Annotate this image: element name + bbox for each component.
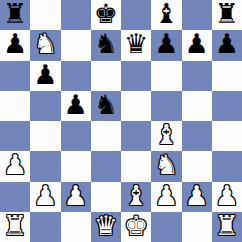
white-pawn[interactable]: ♟ (64, 182, 88, 211)
square-e8[interactable] (121, 0, 151, 30)
square-a2[interactable] (0, 182, 30, 212)
square-g3[interactable] (182, 151, 212, 181)
square-g5[interactable] (182, 91, 212, 121)
square-a1[interactable]: ♜ (0, 212, 30, 242)
white-pawn[interactable]: ♟ (185, 182, 209, 211)
white-knight[interactable]: ♞ (33, 30, 57, 59)
white-pawn[interactable]: ♟ (154, 182, 178, 211)
black-knight[interactable]: ♞ (94, 30, 118, 59)
white-rook[interactable]: ♜ (3, 212, 27, 241)
black-rook[interactable]: ♜ (215, 0, 239, 29)
square-c2[interactable]: ♟ (61, 182, 91, 212)
square-h3[interactable] (212, 151, 242, 181)
white-knight[interactable]: ♞ (154, 151, 178, 180)
square-d1[interactable]: ♛ (91, 212, 121, 242)
square-f7[interactable]: ♟ (151, 30, 181, 60)
square-f4[interactable]: ♝ (151, 121, 181, 151)
white-pawn[interactable]: ♟ (3, 151, 27, 180)
white-bishop[interactable]: ♝ (154, 121, 178, 150)
square-e4[interactable] (121, 121, 151, 151)
black-pawn[interactable]: ♟ (154, 30, 178, 59)
square-e6[interactable] (121, 61, 151, 91)
square-h1[interactable]: ♜ (212, 212, 242, 242)
black-pawn[interactable]: ♟ (33, 61, 57, 90)
square-c4[interactable] (61, 121, 91, 151)
square-d8[interactable]: ♚ (91, 0, 121, 30)
square-e1[interactable]: ♚ (121, 212, 151, 242)
square-g2[interactable]: ♟ (182, 182, 212, 212)
square-d7[interactable]: ♞ (91, 30, 121, 60)
black-pawn[interactable]: ♟ (64, 91, 88, 120)
square-a4[interactable] (0, 121, 30, 151)
square-b2[interactable]: ♟ (30, 182, 60, 212)
chess-board: ♜♚♝♜♟♞♞♛♟♟♟♟♟♞♝♟♞♟♟♝♟♟♟♜♛♚♜ (0, 0, 242, 242)
square-e2[interactable]: ♝ (121, 182, 151, 212)
square-e3[interactable] (121, 151, 151, 181)
square-c3[interactable] (61, 151, 91, 181)
square-d6[interactable] (91, 61, 121, 91)
square-b7[interactable]: ♞ (30, 30, 60, 60)
square-h8[interactable]: ♜ (212, 0, 242, 30)
white-queen[interactable]: ♛ (94, 212, 118, 241)
square-h4[interactable] (212, 121, 242, 151)
square-b3[interactable] (30, 151, 60, 181)
square-c6[interactable] (61, 61, 91, 91)
black-king[interactable]: ♚ (94, 0, 118, 29)
square-g6[interactable] (182, 61, 212, 91)
black-knight[interactable]: ♞ (94, 91, 118, 120)
square-h5[interactable] (212, 91, 242, 121)
square-e5[interactable] (121, 91, 151, 121)
square-b6[interactable]: ♟ (30, 61, 60, 91)
square-a6[interactable] (0, 61, 30, 91)
square-f2[interactable]: ♟ (151, 182, 181, 212)
square-g7[interactable]: ♟ (182, 30, 212, 60)
square-f1[interactable] (151, 212, 181, 242)
white-king[interactable]: ♚ (124, 212, 148, 241)
square-c7[interactable] (61, 30, 91, 60)
square-d5[interactable]: ♞ (91, 91, 121, 121)
square-a5[interactable] (0, 91, 30, 121)
black-pawn[interactable]: ♟ (215, 30, 239, 59)
white-pawn[interactable]: ♟ (215, 182, 239, 211)
black-queen[interactable]: ♛ (124, 30, 148, 59)
square-b8[interactable] (30, 0, 60, 30)
black-pawn[interactable]: ♟ (185, 30, 209, 59)
white-pawn[interactable]: ♟ (33, 182, 57, 211)
square-f5[interactable] (151, 91, 181, 121)
square-d2[interactable] (91, 182, 121, 212)
square-g8[interactable] (182, 0, 212, 30)
square-f8[interactable]: ♝ (151, 0, 181, 30)
square-c8[interactable] (61, 0, 91, 30)
square-c5[interactable]: ♟ (61, 91, 91, 121)
square-g4[interactable] (182, 121, 212, 151)
square-h7[interactable]: ♟ (212, 30, 242, 60)
black-pawn[interactable]: ♟ (3, 30, 27, 59)
square-h2[interactable]: ♟ (212, 182, 242, 212)
black-bishop[interactable]: ♝ (154, 0, 178, 29)
square-f6[interactable] (151, 61, 181, 91)
square-a8[interactable]: ♜ (0, 0, 30, 30)
black-rook[interactable]: ♜ (3, 0, 27, 29)
square-d4[interactable] (91, 121, 121, 151)
square-b1[interactable] (30, 212, 60, 242)
white-bishop[interactable]: ♝ (124, 182, 148, 211)
square-e7[interactable]: ♛ (121, 30, 151, 60)
square-b4[interactable] (30, 121, 60, 151)
square-f3[interactable]: ♞ (151, 151, 181, 181)
square-a7[interactable]: ♟ (0, 30, 30, 60)
square-c1[interactable] (61, 212, 91, 242)
square-h6[interactable] (212, 61, 242, 91)
white-rook[interactable]: ♜ (215, 212, 239, 241)
square-b5[interactable] (30, 91, 60, 121)
square-d3[interactable] (91, 151, 121, 181)
square-g1[interactable] (182, 212, 212, 242)
square-a3[interactable]: ♟ (0, 151, 30, 181)
